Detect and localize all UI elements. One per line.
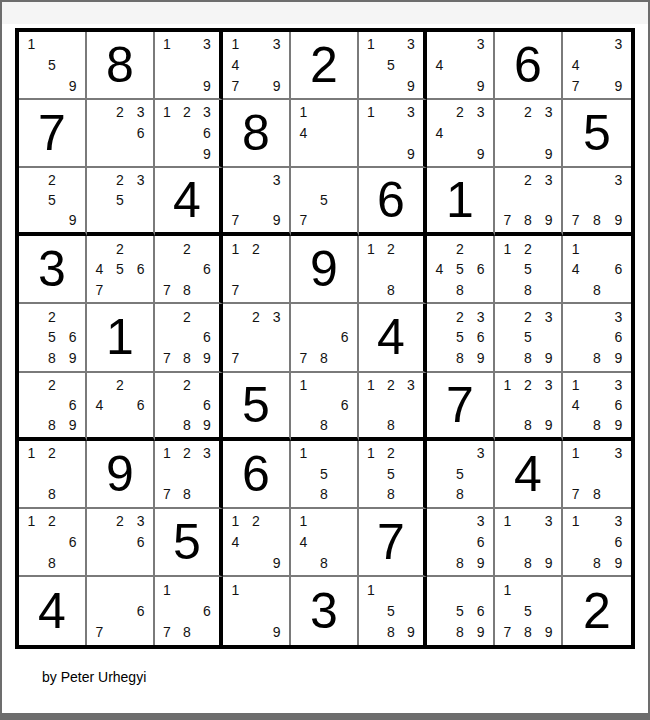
candidate-digit: 8 (518, 210, 539, 230)
candidate-digit: 9 (197, 348, 217, 369)
candidate-digit: 8 (586, 552, 607, 573)
candidate-digit: 1 (225, 238, 246, 259)
candidate-digit: 2 (246, 306, 267, 327)
pencilmarks: 1589 (359, 577, 423, 645)
cell-r1c8[interactable]: 6 (495, 32, 563, 100)
candidate-digit: 2 (110, 511, 131, 532)
candidate-digit: 6 (470, 259, 491, 280)
cell-r4c5[interactable]: 9 (291, 236, 359, 304)
cell-r4c8[interactable]: 1258 (495, 236, 563, 304)
candidate-digit: 4 (429, 259, 450, 280)
candidate-digit: 2 (177, 306, 197, 327)
pencilmarks: 2349 (427, 100, 493, 166)
cell-r1c5[interactable]: 2 (291, 32, 359, 100)
candidate-digit: 9 (608, 210, 629, 230)
cell-r2c9[interactable]: 5 (563, 100, 631, 168)
given-digit: 6 (495, 32, 561, 98)
candidate-digit: 5 (450, 463, 471, 484)
candidate-digit: 1 (157, 579, 177, 600)
pencilmarks: 25689 (19, 304, 85, 370)
given-digit: 7 (19, 100, 85, 166)
candidate-digit: 6 (130, 259, 151, 280)
cell-r7c2[interactable]: 9 (87, 441, 155, 509)
candidate-digit: 3 (538, 102, 559, 123)
pencilmarks: 139 (155, 32, 219, 98)
candidate-digit: 5 (110, 259, 131, 280)
given-digit: 7 (359, 509, 423, 575)
cell-r1c9[interactable]: 3479 (563, 32, 631, 100)
candidate-digit: 3 (538, 511, 559, 532)
candidate-digit: 2 (110, 170, 131, 190)
candidate-digit: 3 (266, 34, 287, 55)
cell-r4c9[interactable]: 1468 (563, 236, 631, 304)
given-digit: 8 (223, 100, 289, 166)
cell-r9c8[interactable]: 15789 (495, 577, 563, 645)
candidate-digit: 1 (497, 579, 518, 600)
pencilmarks: 23589 (495, 304, 561, 370)
candidate-digit: 9 (470, 75, 491, 96)
candidate-digit: 4 (225, 55, 246, 76)
cell-r3c1[interactable]: 259 (19, 168, 87, 236)
pencilmarks: 678 (291, 304, 357, 370)
candidate-digit: 9 (538, 552, 559, 573)
cell-r7c3[interactable]: 12378 (155, 441, 223, 509)
candidate-digit: 6 (62, 327, 83, 348)
cell-r2c5[interactable]: 14 (291, 100, 359, 168)
cell-r7c5[interactable]: 158 (291, 441, 359, 509)
cell-r6c2[interactable]: 246 (87, 373, 155, 441)
cell-r3c6[interactable]: 6 (359, 168, 427, 236)
cell-r4c4[interactable]: 127 (223, 236, 291, 304)
candidate-digit: 5 (42, 327, 63, 348)
cell-r1c3[interactable]: 139 (155, 32, 223, 100)
candidate-digit: 5 (381, 55, 401, 76)
cell-r7c6[interactable]: 1258 (359, 441, 427, 509)
candidate-digit: 1 (293, 375, 314, 395)
candidate-digit: 3 (470, 306, 491, 327)
pencilmarks: 57 (291, 168, 357, 232)
candidate-digit: 9 (608, 75, 629, 96)
pencilmarks: 128 (359, 236, 423, 302)
cell-r6c1[interactable]: 2689 (19, 373, 87, 441)
cell-r6c3[interactable]: 2689 (155, 373, 223, 441)
cell-r6c4[interactable]: 5 (223, 373, 291, 441)
candidate-digit: 6 (608, 327, 629, 348)
cell-r5c2[interactable]: 1 (87, 304, 155, 372)
cell-r7c9[interactable]: 1378 (563, 441, 631, 509)
pencilmarks: 19 (223, 577, 289, 645)
pencilmarks: 5689 (427, 577, 493, 645)
candidate-digit: 5 (314, 190, 335, 210)
candidate-digit: 9 (608, 348, 629, 369)
candidate-digit: 6 (608, 259, 629, 280)
pencilmarks: 1258 (495, 236, 561, 302)
candidate-digit: 7 (293, 210, 314, 230)
candidate-digit: 2 (177, 375, 197, 395)
cell-r3c4[interactable]: 379 (223, 168, 291, 236)
cell-r8c1[interactable]: 1268 (19, 509, 87, 577)
pencilmarks: 3689 (563, 304, 631, 370)
pencilmarks: 236 (87, 509, 153, 575)
candidate-digit: 2 (518, 170, 539, 190)
cell-r9c4[interactable]: 19 (223, 577, 291, 645)
cell-r5c5[interactable]: 678 (291, 304, 359, 372)
given-digit: 8 (87, 32, 153, 98)
candidate-digit: 5 (381, 600, 401, 621)
cell-r5c4[interactable]: 237 (223, 304, 291, 372)
given-digit: 5 (155, 509, 219, 575)
cell-r7c8[interactable]: 4 (495, 441, 563, 509)
candidate-digit: 5 (518, 259, 539, 280)
given-digit: 7 (427, 373, 493, 437)
candidate-digit: 8 (42, 484, 63, 505)
cell-r3c2[interactable]: 235 (87, 168, 155, 236)
candidate-digit: 1 (497, 511, 518, 532)
cell-r3c8[interactable]: 23789 (495, 168, 563, 236)
candidate-digit: 3 (130, 170, 151, 190)
candidate-digit: 8 (518, 280, 539, 301)
candidate-digit: 8 (177, 280, 197, 301)
cell-r8c9[interactable]: 13689 (563, 509, 631, 577)
candidate-digit: 3 (401, 102, 421, 123)
candidate-digit: 2 (42, 375, 63, 395)
candidate-digit: 9 (197, 75, 217, 96)
cell-r1c7[interactable]: 349 (427, 32, 495, 100)
candidate-digit: 8 (314, 552, 335, 573)
cell-r7c4[interactable]: 6 (223, 441, 291, 509)
candidate-digit: 2 (42, 511, 63, 532)
cell-r9c2[interactable]: 67 (87, 577, 155, 645)
candidate-digit: 2 (518, 375, 539, 395)
top-strip (2, 2, 648, 24)
given-digit: 6 (223, 441, 289, 507)
pencilmarks: 127 (223, 236, 289, 302)
candidate-digit: 1 (157, 34, 177, 55)
cell-r8c8[interactable]: 1389 (495, 509, 563, 577)
candidate-digit: 2 (518, 102, 539, 123)
candidate-digit: 1 (565, 375, 586, 395)
cell-r3c9[interactable]: 3789 (563, 168, 631, 236)
cell-r5c6[interactable]: 4 (359, 304, 427, 372)
candidate-digit: 6 (197, 395, 217, 415)
candidate-digit: 1 (293, 102, 314, 123)
candidate-digit: 9 (470, 622, 491, 643)
candidate-digit: 8 (177, 348, 197, 369)
pencilmarks: 246 (87, 373, 153, 437)
candidate-digit: 4 (565, 259, 586, 280)
pencilmarks: 24568 (427, 236, 493, 302)
candidate-digit: 4 (429, 55, 450, 76)
candidate-digit: 1 (157, 102, 177, 123)
candidate-digit: 3 (538, 170, 559, 190)
candidate-digit: 3 (197, 443, 217, 464)
candidate-digit: 8 (518, 348, 539, 369)
candidate-digit: 1 (497, 375, 518, 395)
candidate-digit: 8 (586, 484, 607, 505)
candidate-digit: 1 (565, 238, 586, 259)
pencilmarks: 1258 (359, 441, 423, 507)
cell-r3c7[interactable]: 1 (427, 168, 495, 236)
candidate-digit: 6 (197, 600, 217, 621)
cell-r5c3[interactable]: 26789 (155, 304, 223, 372)
pencilmarks: 358 (427, 441, 493, 507)
candidate-digit: 7 (293, 348, 314, 369)
candidate-digit: 8 (42, 415, 63, 435)
candidate-digit: 1 (225, 579, 246, 600)
cell-r2c1[interactable]: 7 (19, 100, 87, 168)
candidate-digit: 4 (225, 531, 246, 552)
candidate-digit: 3 (470, 102, 491, 123)
candidate-digit: 9 (538, 210, 559, 230)
candidate-digit: 8 (450, 622, 471, 643)
candidate-digit: 9 (62, 348, 83, 369)
byline: by Peter Urhegyi (42, 669, 146, 685)
candidate-digit: 9 (538, 144, 559, 165)
candidate-digit: 8 (518, 622, 539, 643)
cell-r5c9[interactable]: 3689 (563, 304, 631, 372)
candidate-digit: 9 (62, 415, 83, 435)
candidate-digit: 2 (110, 375, 131, 395)
cell-r6c6[interactable]: 1238 (359, 373, 427, 441)
pencilmarks: 128 (19, 441, 85, 507)
candidate-digit: 1 (21, 34, 42, 55)
cell-r9c6[interactable]: 1589 (359, 577, 427, 645)
candidate-digit: 1 (361, 102, 381, 123)
pencilmarks: 235689 (427, 304, 493, 370)
candidate-digit: 3 (470, 511, 491, 532)
candidate-digit: 6 (62, 395, 83, 415)
pencilmarks: 1249 (223, 509, 289, 575)
cell-r9c3[interactable]: 1678 (155, 577, 223, 645)
candidate-digit: 9 (401, 144, 421, 165)
candidate-digit: 8 (381, 484, 401, 505)
given-digit: 2 (563, 577, 631, 645)
pencilmarks: 134689 (563, 373, 631, 437)
candidate-digit: 6 (334, 327, 355, 348)
candidate-digit: 3 (608, 375, 629, 395)
candidate-digit: 3 (608, 443, 629, 464)
cell-r2c8[interactable]: 239 (495, 100, 563, 168)
candidate-digit: 8 (381, 280, 401, 301)
pencilmarks: 1238 (359, 373, 423, 437)
candidate-digit: 5 (314, 463, 335, 484)
pencilmarks: 237 (223, 304, 289, 370)
candidate-digit: 8 (42, 348, 63, 369)
candidate-digit: 9 (470, 144, 491, 165)
candidate-digit: 6 (197, 259, 217, 280)
cell-r2c7[interactable]: 2349 (427, 100, 495, 168)
candidate-digit: 1 (225, 34, 246, 55)
pencilmarks: 1468 (563, 236, 631, 302)
candidate-digit: 9 (266, 552, 287, 573)
cell-r9c9[interactable]: 2 (563, 577, 631, 645)
cell-r4c3[interactable]: 2678 (155, 236, 223, 304)
cell-r8c4[interactable]: 1249 (223, 509, 291, 577)
candidate-digit: 2 (246, 511, 267, 532)
pencilmarks: 349 (427, 32, 493, 98)
candidate-digit: 5 (450, 327, 471, 348)
candidate-digit: 7 (89, 622, 110, 643)
pencilmarks: 2689 (155, 373, 219, 437)
candidate-digit: 7 (157, 348, 177, 369)
candidate-digit: 2 (381, 443, 401, 464)
candidate-digit: 2 (110, 238, 131, 259)
candidate-digit: 9 (608, 552, 629, 573)
candidate-digit: 2 (42, 170, 63, 190)
candidate-digit: 8 (450, 552, 471, 573)
cell-r2c3[interactable]: 12369 (155, 100, 223, 168)
candidate-digit: 1 (361, 443, 381, 464)
candidate-digit: 2 (518, 238, 539, 259)
pencilmarks: 13479 (223, 32, 289, 98)
candidate-digit: 7 (497, 622, 518, 643)
pencilmarks: 236 (87, 100, 153, 166)
candidate-digit: 1 (225, 511, 246, 532)
candidate-digit: 3 (197, 102, 217, 123)
candidate-digit: 8 (314, 348, 335, 369)
candidate-digit: 3 (197, 34, 217, 55)
candidate-digit: 2 (177, 102, 197, 123)
candidate-digit: 8 (518, 415, 539, 435)
candidate-digit: 6 (470, 531, 491, 552)
candidate-digit: 4 (429, 123, 450, 144)
candidate-digit: 6 (608, 531, 629, 552)
cell-r4c2[interactable]: 24567 (87, 236, 155, 304)
cell-r6c8[interactable]: 12389 (495, 373, 563, 441)
candidate-digit: 3 (401, 375, 421, 395)
cell-r1c6[interactable]: 1359 (359, 32, 427, 100)
candidate-digit: 8 (177, 622, 197, 643)
candidate-digit: 8 (42, 552, 63, 573)
pencilmarks: 12389 (495, 373, 561, 437)
given-digit: 5 (563, 100, 631, 166)
candidate-digit: 6 (130, 600, 151, 621)
candidate-digit: 4 (89, 259, 110, 280)
pencilmarks: 1268 (19, 509, 85, 575)
pencilmarks: 23789 (495, 168, 561, 232)
candidate-digit: 5 (42, 190, 63, 210)
candidate-digit: 1 (565, 511, 586, 532)
given-digit: 4 (359, 304, 423, 370)
cell-r1c2[interactable]: 8 (87, 32, 155, 100)
pencilmarks: 168 (291, 373, 357, 437)
candidate-digit: 9 (266, 210, 287, 230)
cell-r8c6[interactable]: 7 (359, 509, 427, 577)
candidate-digit: 2 (246, 238, 267, 259)
cell-r8c7[interactable]: 3689 (427, 509, 495, 577)
candidate-digit: 1 (361, 579, 381, 600)
pencilmarks: 2689 (19, 373, 85, 437)
given-digit: 1 (427, 168, 493, 232)
candidate-digit: 8 (177, 484, 197, 505)
candidate-digit: 3 (538, 306, 559, 327)
candidate-digit: 1 (157, 443, 177, 464)
cell-r3c3[interactable]: 4 (155, 168, 223, 236)
candidate-digit: 6 (197, 123, 217, 144)
candidate-digit: 8 (586, 415, 607, 435)
pencilmarks: 379 (223, 168, 289, 232)
candidate-digit: 3 (266, 170, 287, 190)
cell-r8c3[interactable]: 5 (155, 509, 223, 577)
cell-r1c1[interactable]: 159 (19, 32, 87, 100)
candidate-digit: 2 (518, 306, 539, 327)
pencilmarks: 139 (359, 100, 423, 166)
candidate-digit: 9 (197, 144, 217, 165)
candidate-digit: 8 (314, 415, 335, 435)
cell-r9c5[interactable]: 3 (291, 577, 359, 645)
cell-r2c2[interactable]: 236 (87, 100, 155, 168)
cell-r2c4[interactable]: 8 (223, 100, 291, 168)
pencilmarks: 13689 (563, 509, 631, 575)
cell-r4c1[interactable]: 3 (19, 236, 87, 304)
candidate-digit: 9 (62, 75, 83, 96)
pencilmarks: 239 (495, 100, 561, 166)
cell-r9c7[interactable]: 5689 (427, 577, 495, 645)
candidate-digit: 7 (225, 210, 246, 230)
given-digit: 3 (19, 236, 85, 302)
candidate-digit: 9 (538, 348, 559, 369)
cell-r7c1[interactable]: 128 (19, 441, 87, 509)
cell-r9c1[interactable]: 4 (19, 577, 87, 645)
candidate-digit: 3 (266, 306, 287, 327)
candidate-digit: 7 (565, 210, 586, 230)
cell-r2c6[interactable]: 139 (359, 100, 427, 168)
cell-r6c5[interactable]: 168 (291, 373, 359, 441)
pencilmarks: 12369 (155, 100, 219, 166)
candidate-digit: 7 (497, 210, 518, 230)
cell-r6c9[interactable]: 134689 (563, 373, 631, 441)
candidate-digit: 6 (197, 327, 217, 348)
cell-r5c8[interactable]: 23589 (495, 304, 563, 372)
pencilmarks: 2678 (155, 236, 219, 302)
candidate-digit: 7 (157, 622, 177, 643)
candidate-digit: 9 (197, 415, 217, 435)
candidate-digit: 1 (293, 511, 314, 532)
given-digit: 4 (495, 441, 561, 507)
candidate-digit: 4 (89, 395, 110, 415)
candidate-digit: 2 (381, 375, 401, 395)
cell-r8c5[interactable]: 148 (291, 509, 359, 577)
candidate-digit: 6 (130, 395, 151, 415)
candidate-digit: 7 (225, 280, 246, 301)
cell-r5c1[interactable]: 25689 (19, 304, 87, 372)
cell-r1c4[interactable]: 13479 (223, 32, 291, 100)
candidate-digit: 3 (401, 34, 421, 55)
candidate-digit: 8 (450, 484, 471, 505)
cell-r7c7[interactable]: 358 (427, 441, 495, 509)
candidate-digit: 5 (110, 190, 131, 210)
candidate-digit: 5 (450, 600, 471, 621)
pencilmarks: 1359 (359, 32, 423, 98)
candidate-digit: 6 (470, 327, 491, 348)
pencilmarks: 26789 (155, 304, 219, 370)
candidate-digit: 9 (401, 622, 421, 643)
cell-r6c7[interactable]: 7 (427, 373, 495, 441)
candidate-digit: 3 (608, 306, 629, 327)
candidate-digit: 9 (401, 75, 421, 96)
candidate-digit: 1 (361, 34, 381, 55)
cell-r8c2[interactable]: 236 (87, 509, 155, 577)
cell-r4c6[interactable]: 128 (359, 236, 427, 304)
candidate-digit: 4 (293, 531, 314, 552)
cell-r5c7[interactable]: 235689 (427, 304, 495, 372)
candidate-digit: 6 (130, 123, 151, 144)
cell-r4c7[interactable]: 24568 (427, 236, 495, 304)
pencilmarks: 259 (19, 168, 85, 232)
candidate-digit: 2 (110, 102, 131, 123)
given-digit: 9 (87, 441, 153, 507)
cell-r3c5[interactable]: 57 (291, 168, 359, 236)
